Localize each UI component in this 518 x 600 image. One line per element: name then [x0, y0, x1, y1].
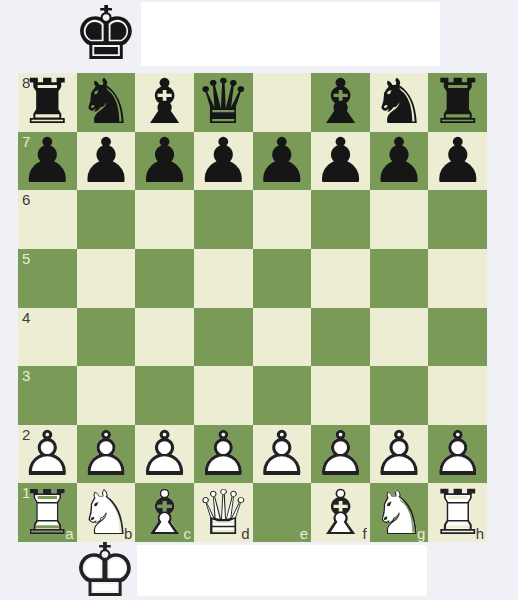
piece-white-pawn-c2-outline: ♙ — [135, 425, 194, 484]
square-e4[interactable] — [253, 308, 312, 367]
square-c4[interactable] — [135, 308, 194, 367]
piece-white-pawn-d2[interactable]: ♟♙ — [194, 425, 253, 484]
square-e6[interactable] — [253, 190, 312, 249]
square-g6[interactable] — [370, 190, 429, 249]
piece-black-queen-d8[interactable]: ♛ — [194, 73, 253, 132]
piece-black-knight-g8[interactable]: ♞ — [370, 73, 429, 132]
piece-black-pawn-d7[interactable]: ♟ — [194, 132, 253, 191]
square-a6[interactable]: 6 — [18, 190, 77, 249]
square-f8[interactable]: ♝ — [311, 73, 370, 132]
square-e2[interactable]: ♟♙ — [253, 425, 312, 484]
square-g3[interactable] — [370, 366, 429, 425]
square-b5[interactable] — [77, 249, 136, 308]
square-e7[interactable]: ♟ — [253, 132, 312, 191]
piece-white-pawn-g2[interactable]: ♟♙ — [370, 425, 429, 484]
square-f4[interactable] — [311, 308, 370, 367]
piece-black-knight-b8[interactable]: ♞ — [77, 73, 136, 132]
square-a2[interactable]: ♟♙2 — [18, 425, 77, 484]
square-f1[interactable]: ♝♗f — [311, 483, 370, 542]
page: ♚ ♜8♞♝♛♝♞♜♟7♟♟♟♟♟♟♟6543♟♙2♟♙♟♙♟♙♟♙♟♙♟♙♟♙… — [0, 0, 518, 600]
square-d4[interactable] — [194, 308, 253, 367]
square-c2[interactable]: ♟♙ — [135, 425, 194, 484]
piece-white-pawn-f2-outline: ♙ — [311, 425, 370, 484]
square-c7[interactable]: ♟ — [135, 132, 194, 191]
square-a1[interactable]: ♜♖1a — [18, 483, 77, 542]
piece-white-pawn-b2[interactable]: ♟♙ — [77, 425, 136, 484]
square-g1[interactable]: ♞♘g — [370, 483, 429, 542]
square-h3[interactable] — [428, 366, 487, 425]
piece-black-pawn-c7[interactable]: ♟ — [135, 132, 194, 191]
piece-black-bishop-f8[interactable]: ♝ — [311, 73, 370, 132]
square-h5[interactable] — [428, 249, 487, 308]
piece-white-knight-b1[interactable]: ♞♘ — [77, 483, 136, 542]
piece-white-pawn-h2[interactable]: ♟♙ — [428, 425, 487, 484]
coord-file-e: e — [300, 526, 308, 541]
coord-rank-3: 3 — [22, 368, 30, 383]
square-e8[interactable] — [253, 73, 312, 132]
piece-black-pawn-b7[interactable]: ♟ — [77, 132, 136, 191]
square-b8[interactable]: ♞ — [77, 73, 136, 132]
bottom-blank-panel — [137, 545, 427, 596]
piece-white-rook-h1-outline: ♖ — [428, 483, 487, 542]
piece-white-pawn-a2-outline: ♙ — [18, 425, 77, 484]
square-f2[interactable]: ♟♙ — [311, 425, 370, 484]
square-f6[interactable] — [311, 190, 370, 249]
piece-black-pawn-f7[interactable]: ♟ — [311, 132, 370, 191]
piece-white-rook-a1-outline: ♖ — [18, 483, 77, 542]
square-e5[interactable] — [253, 249, 312, 308]
square-c3[interactable] — [135, 366, 194, 425]
square-h8[interactable]: ♜ — [428, 73, 487, 132]
square-g7[interactable]: ♟ — [370, 132, 429, 191]
chess-board: ♜8♞♝♛♝♞♜♟7♟♟♟♟♟♟♟6543♟♙2♟♙♟♙♟♙♟♙♟♙♟♙♟♙♜♖… — [18, 73, 487, 542]
square-g2[interactable]: ♟♙ — [370, 425, 429, 484]
piece-white-bishop-c1-outline: ♗ — [135, 483, 194, 542]
square-g5[interactable] — [370, 249, 429, 308]
piece-white-pawn-f2[interactable]: ♟♙ — [311, 425, 370, 484]
coord-rank-5: 5 — [22, 251, 30, 266]
square-c6[interactable] — [135, 190, 194, 249]
square-a3[interactable]: 3 — [18, 366, 77, 425]
piece-white-bishop-f1[interactable]: ♝♗ — [311, 483, 370, 542]
square-h4[interactable] — [428, 308, 487, 367]
square-d1[interactable]: ♛♕d — [194, 483, 253, 542]
square-f3[interactable] — [311, 366, 370, 425]
piece-white-queen-d1[interactable]: ♛♕ — [194, 483, 253, 542]
piece-white-pawn-b2-outline: ♙ — [77, 425, 136, 484]
square-h2[interactable]: ♟♙ — [428, 425, 487, 484]
square-a5[interactable]: 5 — [18, 249, 77, 308]
square-a8[interactable]: ♜8 — [18, 73, 77, 132]
square-d2[interactable]: ♟♙ — [194, 425, 253, 484]
square-h6[interactable] — [428, 190, 487, 249]
top-blank-panel — [141, 2, 440, 66]
piece-black-rook-h8[interactable]: ♜ — [428, 73, 487, 132]
piece-black-pawn-g7[interactable]: ♟ — [370, 132, 429, 191]
square-b1[interactable]: ♞♘b — [77, 483, 136, 542]
square-g8[interactable]: ♞ — [370, 73, 429, 132]
square-e3[interactable] — [253, 366, 312, 425]
square-h1[interactable]: ♜♖h — [428, 483, 487, 542]
piece-white-pawn-g2-outline: ♙ — [370, 425, 429, 484]
square-c1[interactable]: ♝♗c — [135, 483, 194, 542]
square-b2[interactable]: ♟♙ — [77, 425, 136, 484]
square-d8[interactable]: ♛ — [194, 73, 253, 132]
square-b7[interactable]: ♟ — [77, 132, 136, 191]
piece-white-queen-d1-outline: ♕ — [194, 483, 253, 542]
square-h7[interactable]: ♟ — [428, 132, 487, 191]
piece-white-bishop-c1[interactable]: ♝♗ — [135, 483, 194, 542]
square-c8[interactable]: ♝ — [135, 73, 194, 132]
piece-white-knight-g1[interactable]: ♞♘ — [370, 483, 429, 542]
spare-black-king[interactable]: ♚ — [74, 1, 138, 65]
square-a4[interactable]: 4 — [18, 308, 77, 367]
square-g4[interactable] — [370, 308, 429, 367]
square-c5[interactable] — [135, 249, 194, 308]
square-e1[interactable]: e — [253, 483, 312, 542]
piece-black-pawn-e7[interactable]: ♟ — [253, 132, 312, 191]
piece-white-pawn-d2-outline: ♙ — [194, 425, 253, 484]
coord-rank-4: 4 — [22, 310, 30, 325]
square-a7[interactable]: ♟7 — [18, 132, 77, 191]
piece-black-bishop-c8[interactable]: ♝ — [135, 73, 194, 132]
piece-white-knight-b1-outline: ♘ — [77, 483, 136, 542]
piece-black-rook-a8[interactable]: ♜ — [18, 73, 77, 132]
square-b3[interactable] — [77, 366, 136, 425]
square-d7[interactable]: ♟ — [194, 132, 253, 191]
piece-white-rook-a1[interactable]: ♜♖ — [18, 483, 77, 542]
piece-white-knight-g1-outline: ♘ — [370, 483, 429, 542]
piece-white-rook-h1[interactable]: ♜♖ — [428, 483, 487, 542]
square-d6[interactable] — [194, 190, 253, 249]
square-b6[interactable] — [77, 190, 136, 249]
piece-white-pawn-e2-outline: ♙ — [253, 425, 312, 484]
square-b4[interactable] — [77, 308, 136, 367]
square-d3[interactable] — [194, 366, 253, 425]
square-f5[interactable] — [311, 249, 370, 308]
square-f7[interactable]: ♟ — [311, 132, 370, 191]
piece-white-bishop-f1-outline: ♗ — [311, 483, 370, 542]
piece-white-pawn-c2[interactable]: ♟♙ — [135, 425, 194, 484]
piece-black-pawn-h7[interactable]: ♟ — [428, 132, 487, 191]
piece-white-pawn-h2-outline: ♙ — [428, 425, 487, 484]
square-d5[interactable] — [194, 249, 253, 308]
piece-white-pawn-a2[interactable]: ♟♙ — [18, 425, 77, 484]
piece-black-pawn-a7[interactable]: ♟ — [18, 132, 77, 191]
piece-white-pawn-e2[interactable]: ♟♙ — [253, 425, 312, 484]
